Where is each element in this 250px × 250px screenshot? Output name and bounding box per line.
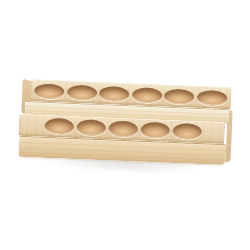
pit[interactable] bbox=[67, 84, 98, 100]
pit[interactable] bbox=[132, 87, 163, 103]
mancala-board bbox=[16, 76, 233, 173]
pit[interactable] bbox=[99, 85, 130, 101]
pit[interactable] bbox=[77, 119, 107, 136]
pit[interactable] bbox=[34, 83, 65, 99]
product-photo-stage bbox=[0, 0, 250, 250]
pit[interactable] bbox=[164, 88, 195, 104]
pit[interactable] bbox=[197, 89, 228, 105]
pit[interactable] bbox=[108, 120, 138, 137]
pit[interactable] bbox=[45, 118, 75, 135]
pit[interactable] bbox=[172, 123, 202, 140]
pit[interactable] bbox=[140, 122, 170, 139]
